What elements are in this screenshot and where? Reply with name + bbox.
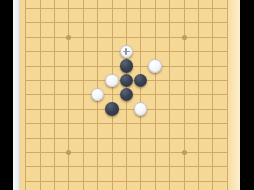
- black-stone: [120, 59, 134, 73]
- grid-line: [140, 0, 141, 190]
- grid-line: [25, 8, 228, 9]
- left-letterbox: [0, 0, 13, 190]
- star-point: [66, 35, 71, 40]
- white-stone: [91, 88, 105, 102]
- app-screen: [0, 0, 254, 190]
- grid-line: [25, 166, 228, 167]
- grid-line: [169, 0, 170, 190]
- star-point: [66, 150, 71, 155]
- grid-line: [112, 0, 113, 190]
- grid-line: [227, 0, 228, 190]
- grid-line: [25, 109, 228, 110]
- black-stone: [134, 74, 148, 88]
- grid-line: [40, 0, 41, 190]
- grid-line: [25, 138, 228, 139]
- white-stone: [120, 45, 134, 59]
- grid-line: [155, 0, 156, 190]
- grid-line: [25, 152, 228, 153]
- last-move-marker-icon: [123, 48, 131, 56]
- grid-line: [198, 0, 199, 190]
- grid-line: [68, 0, 69, 190]
- white-stone: [148, 59, 162, 73]
- grid-line: [184, 0, 185, 190]
- grid-line: [54, 0, 55, 190]
- grid-line: [25, 0, 26, 190]
- black-stone: [105, 102, 119, 116]
- grid-line: [25, 181, 228, 182]
- white-stone: [105, 74, 119, 88]
- star-point: [182, 150, 187, 155]
- white-stone: [134, 102, 148, 116]
- grid-line: [83, 0, 84, 190]
- grid-line: [212, 0, 213, 190]
- black-stone: [120, 74, 134, 88]
- black-stone: [120, 88, 134, 102]
- right-letterbox: [240, 0, 254, 190]
- grid-line: [25, 123, 228, 124]
- grid-line: [25, 37, 228, 38]
- star-point: [182, 35, 187, 40]
- gomoku-board[interactable]: [20, 0, 241, 190]
- grid-line: [25, 22, 228, 23]
